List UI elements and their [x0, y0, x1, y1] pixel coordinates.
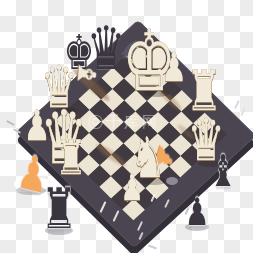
white-king[interactable]: ♚ [122, 19, 176, 103]
white-pawn-bottom[interactable]: ♟ [120, 170, 143, 206]
black-rook-off-board[interactable]: ♜ [41, 181, 77, 237]
clipart-canvas: ♚♛♞♚♟♜♛♝♟♜♛♝♟♛♜♞♟♟♟ ⓒ千库网 [0, 0, 253, 253]
white-rook-bottom-left[interactable]: ♜ [56, 133, 87, 181]
black-pawn-off-board[interactable]: ♟ [185, 193, 210, 231]
shadow [166, 177, 178, 185]
black-bishop-right[interactable]: ♝ [209, 149, 237, 193]
